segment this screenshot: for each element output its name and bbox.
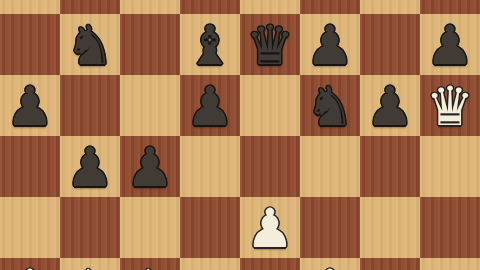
square-d8[interactable]	[180, 0, 240, 14]
piece-black-pawn-f7[interactable]: ♟	[300, 15, 360, 76]
square-h7[interactable]: ♟	[420, 14, 480, 75]
square-d3[interactable]	[180, 258, 240, 270]
square-g5[interactable]	[360, 136, 420, 197]
piece-black-pawn-d6[interactable]: ♟	[180, 76, 240, 137]
piece-white-pawn-e4[interactable]: ♟	[240, 198, 300, 259]
square-g3[interactable]	[360, 258, 420, 270]
square-a5[interactable]	[0, 136, 60, 197]
square-a3[interactable]: ♟	[0, 258, 60, 270]
square-f5[interactable]	[300, 136, 360, 197]
square-b4[interactable]	[60, 197, 120, 258]
square-e7[interactable]: ♛	[240, 14, 300, 75]
piece-black-queen-e7[interactable]: ♛	[240, 15, 300, 76]
square-d4[interactable]	[180, 197, 240, 258]
piece-black-pawn-c5[interactable]: ♟	[120, 137, 180, 198]
square-e8[interactable]	[240, 0, 300, 14]
piece-black-pawn-a6[interactable]: ♟	[0, 76, 60, 137]
square-c5[interactable]: ♟	[120, 136, 180, 197]
square-h5[interactable]	[420, 136, 480, 197]
square-b3[interactable]: ♞	[60, 258, 120, 270]
square-h4[interactable]	[420, 197, 480, 258]
square-e4[interactable]: ♟	[240, 197, 300, 258]
square-d5[interactable]	[180, 136, 240, 197]
piece-white-queen-h6[interactable]: ♛	[420, 76, 480, 137]
square-e6[interactable]	[240, 75, 300, 136]
square-f7[interactable]: ♟	[300, 14, 360, 75]
square-a8[interactable]	[0, 0, 60, 14]
square-b8[interactable]	[60, 0, 120, 14]
piece-black-pawn-g6[interactable]: ♟	[360, 76, 420, 137]
piece-white-pawn-a3[interactable]: ♟	[0, 259, 60, 270]
square-c3[interactable]: ♞	[120, 258, 180, 270]
square-f6[interactable]: ♞	[300, 75, 360, 136]
square-g7[interactable]	[360, 14, 420, 75]
square-c6[interactable]	[120, 75, 180, 136]
chess-board[interactable]: ♞♝♛♟♟♟♟♞♟♛♟♟♟♟♞♞♟♟♟♟♟	[0, 0, 480, 270]
square-h3[interactable]	[420, 258, 480, 270]
square-c4[interactable]	[120, 197, 180, 258]
square-f8[interactable]	[300, 0, 360, 14]
piece-black-knight-b7[interactable]: ♞	[60, 15, 120, 76]
square-e3[interactable]	[240, 258, 300, 270]
square-g6[interactable]: ♟	[360, 75, 420, 136]
square-b7[interactable]: ♞	[60, 14, 120, 75]
piece-black-pawn-h7[interactable]: ♟	[420, 15, 480, 76]
square-h8[interactable]	[420, 0, 480, 14]
square-g4[interactable]	[360, 197, 420, 258]
piece-white-knight-b3[interactable]: ♞	[60, 259, 120, 270]
square-e5[interactable]	[240, 136, 300, 197]
square-a7[interactable]	[0, 14, 60, 75]
square-c7[interactable]	[120, 14, 180, 75]
square-h6[interactable]: ♛	[420, 75, 480, 136]
screenshot-viewport: ♞♝♛♟♟♟♟♞♟♛♟♟♟♟♞♞♟♟♟♟♟	[0, 0, 480, 270]
square-f4[interactable]	[300, 197, 360, 258]
square-b5[interactable]: ♟	[60, 136, 120, 197]
piece-black-bishop-d7[interactable]: ♝	[180, 15, 240, 76]
square-f3[interactable]: ♟	[300, 258, 360, 270]
square-b6[interactable]	[60, 75, 120, 136]
square-d7[interactable]: ♝	[180, 14, 240, 75]
piece-black-pawn-b5[interactable]: ♟	[60, 137, 120, 198]
square-c8[interactable]	[120, 0, 180, 14]
piece-white-pawn-f3[interactable]: ♟	[300, 259, 360, 270]
piece-white-knight-c3[interactable]: ♞	[120, 259, 180, 270]
square-g8[interactable]	[360, 0, 420, 14]
piece-black-knight-f6[interactable]: ♞	[300, 76, 360, 137]
square-a6[interactable]: ♟	[0, 75, 60, 136]
square-a4[interactable]	[0, 197, 60, 258]
square-d6[interactable]: ♟	[180, 75, 240, 136]
